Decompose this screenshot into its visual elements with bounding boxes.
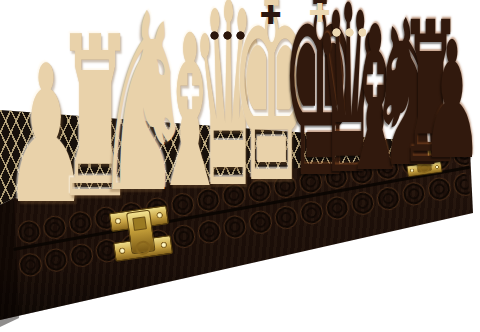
piece-black-pawn: ♟: [418, 20, 480, 182]
black-king-light-cross: ✚: [307, 0, 333, 26]
black-queen-light-balls: [330, 27, 366, 38]
white-king-dark-cross: ✚: [258, 2, 284, 28]
white-queen-dark-balls: [208, 30, 248, 41]
chess-set-product-photo: ♟♜♞♝♛♚♚♛♝♞♜♟✚✚: [0, 0, 480, 332]
